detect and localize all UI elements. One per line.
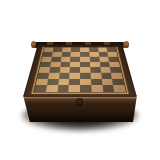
chess-board-lid [23,45,137,97]
left-hinge-knob-icon [31,41,36,48]
square-d1 [69,85,80,92]
square-b1 [46,85,58,92]
box-front-panel [23,95,137,122]
square-c1 [57,85,69,92]
square-f1 [91,85,103,92]
right-hinge-knob-icon [124,41,129,48]
chess-box-photo [0,0,160,160]
square-h1 [113,85,126,92]
board-border [31,47,130,95]
chess-board-grid [34,48,126,93]
clasp-icon [76,98,83,106]
square-e1 [80,85,91,92]
